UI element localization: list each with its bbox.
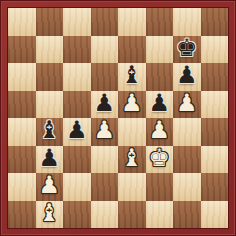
square-c6[interactable] — [63, 63, 91, 91]
board-frame: ♚♝♟♟♟♟♟♝♟♟♟♟♝♚♟♝ — [0, 0, 236, 236]
square-f1[interactable] — [146, 201, 174, 229]
square-d6[interactable] — [91, 63, 119, 91]
square-g4[interactable] — [173, 118, 201, 146]
piece-white-king[interactable]: ♚ — [148, 145, 170, 172]
square-g3[interactable] — [173, 146, 201, 174]
square-c2[interactable] — [63, 173, 91, 201]
square-d5[interactable]: ♟ — [91, 91, 119, 119]
square-e2[interactable] — [118, 173, 146, 201]
square-g7[interactable]: ♚ — [173, 36, 201, 64]
square-h4[interactable] — [201, 118, 229, 146]
piece-black-bishop[interactable]: ♝ — [38, 117, 60, 144]
piece-black-pawn[interactable]: ♟ — [93, 90, 115, 117]
square-h7[interactable] — [201, 36, 229, 64]
square-h3[interactable] — [201, 146, 229, 174]
square-a8[interactable] — [8, 8, 36, 36]
square-h8[interactable] — [201, 8, 229, 36]
square-d8[interactable] — [91, 8, 119, 36]
square-c5[interactable] — [63, 91, 91, 119]
chess-board: ♚♝♟♟♟♟♟♝♟♟♟♟♝♚♟♝ — [8, 8, 228, 228]
square-f3[interactable]: ♚ — [146, 146, 174, 174]
square-c7[interactable] — [63, 36, 91, 64]
square-e3[interactable]: ♝ — [118, 146, 146, 174]
square-a5[interactable] — [8, 91, 36, 119]
piece-white-bishop[interactable]: ♝ — [121, 145, 143, 172]
square-d3[interactable] — [91, 146, 119, 174]
square-e8[interactable] — [118, 8, 146, 36]
square-f4[interactable]: ♟ — [146, 118, 174, 146]
square-g1[interactable] — [173, 201, 201, 229]
square-e6[interactable]: ♝ — [118, 63, 146, 91]
square-a2[interactable] — [8, 173, 36, 201]
square-e5[interactable]: ♟ — [118, 91, 146, 119]
square-d1[interactable] — [91, 201, 119, 229]
square-b5[interactable] — [36, 91, 64, 119]
square-e7[interactable] — [118, 36, 146, 64]
piece-white-pawn[interactable]: ♟ — [176, 90, 198, 117]
square-f8[interactable] — [146, 8, 174, 36]
square-c3[interactable] — [63, 146, 91, 174]
square-f6[interactable] — [146, 63, 174, 91]
piece-white-bishop[interactable]: ♝ — [38, 200, 60, 227]
square-b8[interactable] — [36, 8, 64, 36]
square-f2[interactable] — [146, 173, 174, 201]
square-b4[interactable]: ♝ — [36, 118, 64, 146]
square-a3[interactable] — [8, 146, 36, 174]
square-e4[interactable] — [118, 118, 146, 146]
square-b2[interactable]: ♟ — [36, 173, 64, 201]
square-h6[interactable] — [201, 63, 229, 91]
square-g5[interactable]: ♟ — [173, 91, 201, 119]
square-f7[interactable] — [146, 36, 174, 64]
square-c1[interactable] — [63, 201, 91, 229]
square-f5[interactable]: ♟ — [146, 91, 174, 119]
square-c4[interactable]: ♟ — [63, 118, 91, 146]
piece-white-pawn[interactable]: ♟ — [121, 90, 143, 117]
square-a7[interactable] — [8, 36, 36, 64]
square-d2[interactable] — [91, 173, 119, 201]
square-a6[interactable] — [8, 63, 36, 91]
square-g2[interactable] — [173, 173, 201, 201]
piece-black-pawn[interactable]: ♟ — [66, 117, 88, 144]
square-c8[interactable] — [63, 8, 91, 36]
piece-black-king[interactable]: ♚ — [176, 35, 198, 62]
square-d7[interactable] — [91, 36, 119, 64]
square-e1[interactable] — [118, 201, 146, 229]
square-a4[interactable] — [8, 118, 36, 146]
square-a1[interactable] — [8, 201, 36, 229]
piece-black-bishop[interactable]: ♝ — [121, 62, 143, 89]
square-h5[interactable] — [201, 91, 229, 119]
square-h1[interactable] — [201, 201, 229, 229]
square-b6[interactable] — [36, 63, 64, 91]
square-b7[interactable] — [36, 36, 64, 64]
piece-black-pawn[interactable]: ♟ — [176, 62, 198, 89]
piece-white-pawn[interactable]: ♟ — [148, 117, 170, 144]
piece-black-pawn[interactable]: ♟ — [38, 145, 60, 172]
piece-white-pawn[interactable]: ♟ — [93, 117, 115, 144]
piece-white-pawn[interactable]: ♟ — [38, 172, 60, 199]
piece-black-pawn[interactable]: ♟ — [148, 90, 170, 117]
square-b1[interactable]: ♝ — [36, 201, 64, 229]
square-d4[interactable]: ♟ — [91, 118, 119, 146]
square-b3[interactable]: ♟ — [36, 146, 64, 174]
square-h2[interactable] — [201, 173, 229, 201]
square-g8[interactable] — [173, 8, 201, 36]
square-g6[interactable]: ♟ — [173, 63, 201, 91]
